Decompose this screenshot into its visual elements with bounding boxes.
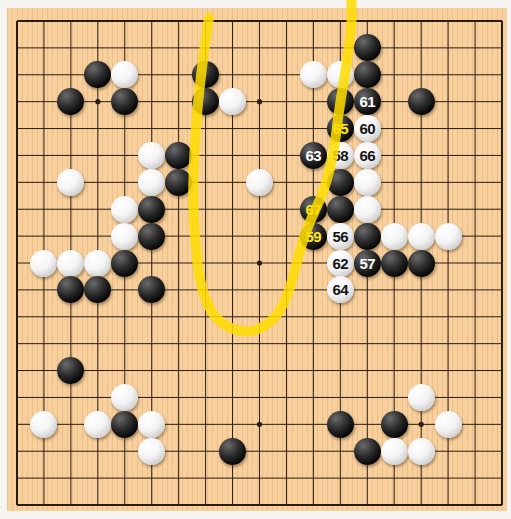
black-stone[interactable] [219,438,246,465]
move-number: 59 [306,223,322,250]
black-stone[interactable] [138,196,165,223]
white-stone[interactable] [435,411,462,438]
move-number: 63 [306,142,322,169]
white-stone[interactable] [84,250,111,277]
star-point [419,422,424,427]
move-number: 67 [306,196,322,223]
white-stone[interactable] [246,169,273,196]
black-stone[interactable] [138,223,165,250]
black-stone[interactable] [111,411,138,438]
white-stone[interactable] [354,196,381,223]
white-stone[interactable] [111,196,138,223]
move-number: 58 [332,142,348,169]
black-stone[interactable] [165,169,192,196]
star-point [95,99,100,104]
black-stone[interactable]: 67 [300,196,327,223]
black-stone[interactable] [381,250,408,277]
black-stone[interactable] [381,411,408,438]
move-number: 65 [332,115,348,142]
star-point [257,99,262,104]
black-stone[interactable] [408,88,435,115]
black-stone[interactable] [354,34,381,61]
white-stone[interactable]: 56 [327,223,354,250]
white-stone[interactable] [57,169,84,196]
white-stone[interactable] [381,438,408,465]
white-stone[interactable] [300,61,327,88]
move-number: 60 [359,115,375,142]
move-number: 64 [332,276,348,303]
white-stone[interactable] [30,250,57,277]
white-stone[interactable] [435,223,462,250]
white-stone[interactable] [327,61,354,88]
black-stone[interactable] [327,411,354,438]
white-stone[interactable] [138,411,165,438]
white-stone[interactable]: 58 [327,142,354,169]
white-stone[interactable] [408,438,435,465]
white-stone[interactable]: 64 [327,276,354,303]
black-stone[interactable] [327,88,354,115]
star-point [257,260,262,265]
black-stone[interactable] [327,169,354,196]
black-stone[interactable] [354,223,381,250]
white-stone[interactable] [111,223,138,250]
move-number: 56 [332,223,348,250]
white-stone[interactable] [138,169,165,196]
star-point [257,422,262,427]
move-number: 57 [359,250,375,277]
go-board-viewer: 616560635866675956625764 [0,0,511,519]
black-stone[interactable] [327,196,354,223]
move-number: 66 [359,142,375,169]
black-stone[interactable]: 63 [300,142,327,169]
black-stone[interactable]: 57 [354,250,381,277]
white-stone[interactable] [57,250,84,277]
black-stone[interactable] [111,250,138,277]
black-stone[interactable] [354,61,381,88]
black-stone[interactable] [354,438,381,465]
white-stone[interactable]: 66 [354,142,381,169]
white-stone[interactable]: 60 [354,115,381,142]
white-stone[interactable] [219,88,246,115]
white-stone[interactable] [381,223,408,250]
black-stone[interactable] [408,250,435,277]
white-stone[interactable] [138,142,165,169]
white-stone[interactable] [138,438,165,465]
white-stone[interactable] [408,384,435,411]
black-stone[interactable]: 59 [300,223,327,250]
white-stone[interactable]: 62 [327,250,354,277]
move-number: 61 [359,88,375,115]
black-stone[interactable]: 61 [354,88,381,115]
white-stone[interactable] [354,169,381,196]
white-stone[interactable] [84,411,111,438]
move-number: 62 [332,250,348,277]
white-stone[interactable] [408,223,435,250]
white-stone[interactable] [111,384,138,411]
black-stone[interactable] [165,142,192,169]
black-stone[interactable]: 65 [327,115,354,142]
